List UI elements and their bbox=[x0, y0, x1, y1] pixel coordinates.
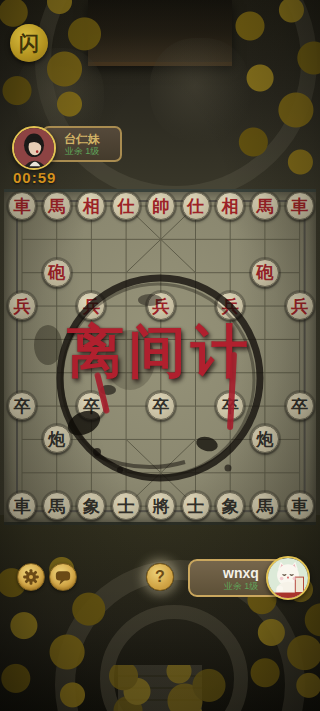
piece-相-red[interactable]: 相 bbox=[216, 192, 244, 220]
piece-卒-black[interactable]: 卒 bbox=[147, 392, 175, 420]
stone-courtyard-decor bbox=[0, 515, 320, 711]
piece-車-red[interactable]: 車 bbox=[286, 192, 314, 220]
foliage-top-right bbox=[222, 0, 320, 190]
opponent-rank: 业余 1级 bbox=[65, 147, 100, 156]
move-timer: 00:59 bbox=[13, 169, 56, 186]
lucky-cat-icon bbox=[268, 558, 308, 598]
piece-卒-black[interactable]: 卒 bbox=[286, 392, 314, 420]
chat-button[interactable] bbox=[49, 563, 77, 591]
opponent-avatar[interactable] bbox=[12, 126, 56, 170]
player-name: wnxq bbox=[223, 566, 259, 580]
player-avatar[interactable] bbox=[266, 556, 310, 600]
player-rank: 业余 1级 bbox=[224, 582, 259, 591]
gear-icon bbox=[21, 567, 41, 587]
piece-士-black[interactable]: 士 bbox=[182, 492, 210, 520]
piece-仕-red[interactable]: 仕 bbox=[182, 192, 210, 220]
piece-車-red[interactable]: 車 bbox=[8, 192, 36, 220]
piece-砲-red[interactable]: 砲 bbox=[251, 259, 279, 287]
piece-馬-red[interactable]: 馬 bbox=[251, 192, 279, 220]
piece-兵-red[interactable]: 兵 bbox=[147, 292, 175, 320]
piece-仕-red[interactable]: 仕 bbox=[112, 192, 140, 220]
piece-車-black[interactable]: 車 bbox=[8, 492, 36, 520]
help-button[interactable]: ? bbox=[146, 563, 174, 591]
flash-badge[interactable]: 闪 bbox=[10, 24, 48, 62]
settings-button[interactable] bbox=[17, 563, 45, 591]
flash-badge-glyph: 闪 bbox=[19, 30, 39, 57]
piece-帥-red[interactable]: 帥 bbox=[147, 192, 175, 220]
question-mark-icon: ? bbox=[155, 568, 165, 586]
piece-將-black[interactable]: 將 bbox=[147, 492, 175, 520]
piece-馬-black[interactable]: 馬 bbox=[251, 492, 279, 520]
xiangqi-board[interactable]: 車馬相仕帥仕相馬車砲砲兵兵兵兵兵卒卒卒卒卒炮炮車馬象士將士象馬車 bbox=[4, 189, 316, 525]
piece-車-black[interactable]: 車 bbox=[286, 492, 314, 520]
piece-卒-black[interactable]: 卒 bbox=[8, 392, 36, 420]
piece-馬-red[interactable]: 馬 bbox=[43, 192, 71, 220]
speech-bubble-icon bbox=[53, 567, 73, 587]
stone-gate-decor bbox=[0, 0, 320, 195]
board-grid bbox=[4, 192, 316, 522]
piece-馬-black[interactable]: 馬 bbox=[43, 492, 71, 520]
piece-砲-red[interactable]: 砲 bbox=[43, 259, 71, 287]
piece-兵-red[interactable]: 兵 bbox=[8, 292, 36, 320]
piece-兵-red[interactable]: 兵 bbox=[286, 292, 314, 320]
foliage-top-left bbox=[0, 0, 107, 123]
piece-炮-black[interactable]: 炮 bbox=[43, 425, 71, 453]
woman-portrait-icon bbox=[14, 128, 54, 168]
foliage-bottom-center bbox=[86, 665, 236, 711]
game-screen: 車馬相仕帥仕相馬車砲砲兵兵兵兵兵卒卒卒卒卒炮炮車馬象士將士象馬車 离间计 闪 bbox=[0, 0, 320, 711]
opponent-name: 台仁妹 bbox=[64, 133, 100, 145]
